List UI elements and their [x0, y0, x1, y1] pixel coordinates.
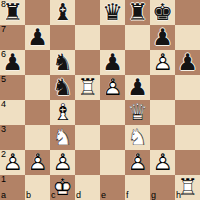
square-b2[interactable]: ♟♙	[25, 150, 50, 175]
square-f1[interactable]: f	[125, 175, 150, 200]
square-f3[interactable]: ♞♘	[125, 125, 150, 150]
file-label-b: b	[26, 191, 31, 200]
square-a5[interactable]: 5	[0, 75, 25, 100]
piece-white-rook[interactable]: ♜♖	[175, 175, 200, 200]
rank-label-5: 5	[1, 75, 6, 84]
square-g7[interactable]: ♟	[150, 25, 175, 50]
piece-white-knight[interactable]: ♞♘	[50, 125, 75, 150]
piece-white-bishop[interactable]: ♝♗	[50, 100, 75, 125]
square-e5[interactable]: ♟♙	[100, 75, 125, 100]
file-label-a: a	[1, 191, 6, 200]
white-piece-outline-glyph: ♙	[127, 149, 148, 174]
rank-label-7: 7	[1, 25, 6, 34]
square-a3[interactable]: 3	[0, 125, 25, 150]
black-piece-glyph: ♟	[102, 49, 123, 74]
square-f7[interactable]	[125, 25, 150, 50]
rank-label-4: 4	[1, 100, 6, 109]
square-h2[interactable]	[175, 150, 200, 175]
piece-black-knight[interactable]: ♞	[50, 50, 75, 75]
square-g6[interactable]: ♟♙	[150, 50, 175, 75]
piece-black-king[interactable]: ♚	[150, 0, 175, 25]
piece-black-knight[interactable]: ♞	[50, 75, 75, 100]
square-d3[interactable]	[75, 125, 100, 150]
square-b4[interactable]	[25, 100, 50, 125]
square-f6[interactable]	[125, 50, 150, 75]
square-g4[interactable]	[150, 100, 175, 125]
square-e6[interactable]: ♟	[100, 50, 125, 75]
square-e8[interactable]: ♛	[100, 0, 125, 25]
square-d4[interactable]	[75, 100, 100, 125]
square-e3[interactable]	[100, 125, 125, 150]
file-label-e: e	[101, 191, 106, 200]
square-h5[interactable]	[175, 75, 200, 100]
piece-black-bishop[interactable]: ♝	[50, 0, 75, 25]
square-c1[interactable]: c♚♔	[50, 175, 75, 200]
black-piece-glyph: ♛	[102, 0, 123, 24]
chess-board: 8♜♝♛♜♚7♟♟6♟♞♟♟♙♟5♞♜♖♟♙♟4♝♗♛♕3♞♘♞♘2♟♙♟♙♟♙…	[0, 0, 200, 200]
black-piece-glyph: ♚	[152, 0, 173, 24]
piece-white-pawn[interactable]: ♟♙	[150, 150, 175, 175]
square-g1[interactable]: g	[150, 175, 175, 200]
white-piece-outline-glyph: ♘	[127, 124, 148, 149]
piece-white-rook[interactable]: ♜♖	[75, 75, 100, 100]
square-g8[interactable]: ♚	[150, 0, 175, 25]
square-e2[interactable]	[100, 150, 125, 175]
square-h7[interactable]	[175, 25, 200, 50]
piece-black-pawn[interactable]: ♟	[100, 50, 125, 75]
square-c8[interactable]: ♝	[50, 0, 75, 25]
black-piece-glyph: ♝	[52, 0, 73, 24]
square-b5[interactable]	[25, 75, 50, 100]
piece-black-rook[interactable]: ♜	[0, 0, 25, 25]
square-e1[interactable]: e	[100, 175, 125, 200]
white-piece-outline-glyph: ♙	[102, 74, 123, 99]
piece-black-rook[interactable]: ♜	[125, 0, 150, 25]
piece-black-pawn[interactable]: ♟	[175, 50, 200, 75]
piece-white-pawn[interactable]: ♟♙	[125, 150, 150, 175]
white-piece-outline-glyph: ♔	[52, 174, 73, 199]
white-piece-outline-glyph: ♙	[27, 149, 48, 174]
piece-black-queen[interactable]: ♛	[100, 0, 125, 25]
square-d8[interactable]	[75, 0, 100, 25]
square-f5[interactable]: ♟	[125, 75, 150, 100]
white-piece-outline-glyph: ♕	[127, 99, 148, 124]
piece-white-knight[interactable]: ♞♘	[125, 125, 150, 150]
black-piece-glyph: ♟	[127, 74, 148, 99]
white-piece-outline-glyph: ♙	[2, 149, 23, 174]
square-a8[interactable]: 8♜	[0, 0, 25, 25]
square-h4[interactable]	[175, 100, 200, 125]
square-g2[interactable]: ♟♙	[150, 150, 175, 175]
piece-white-pawn[interactable]: ♟♙	[50, 150, 75, 175]
square-b1[interactable]: b	[25, 175, 50, 200]
black-piece-glyph: ♞	[52, 74, 73, 99]
square-h8[interactable]	[175, 0, 200, 25]
square-c3[interactable]: ♞♘	[50, 125, 75, 150]
black-piece-glyph: ♜	[2, 0, 23, 24]
square-f8[interactable]: ♜	[125, 0, 150, 25]
square-b8[interactable]	[25, 0, 50, 25]
square-b6[interactable]	[25, 50, 50, 75]
square-a1[interactable]: 1a	[0, 175, 25, 200]
square-a4[interactable]: 4	[0, 100, 25, 125]
piece-black-pawn[interactable]: ♟	[150, 25, 175, 50]
white-piece-outline-glyph: ♗	[52, 99, 73, 124]
square-f2[interactable]: ♟♙	[125, 150, 150, 175]
black-piece-glyph: ♟	[27, 24, 48, 49]
piece-white-pawn[interactable]: ♟♙	[150, 50, 175, 75]
black-piece-glyph: ♟	[177, 49, 198, 74]
square-b3[interactable]	[25, 125, 50, 150]
piece-black-pawn[interactable]: ♟	[0, 50, 25, 75]
square-c2[interactable]: ♟♙	[50, 150, 75, 175]
square-h3[interactable]	[175, 125, 200, 150]
black-piece-glyph: ♟	[2, 49, 23, 74]
piece-black-pawn[interactable]: ♟	[25, 25, 50, 50]
file-label-f: f	[126, 191, 129, 200]
square-c7[interactable]	[50, 25, 75, 50]
white-piece-outline-glyph: ♙	[152, 49, 173, 74]
square-c6[interactable]: ♞	[50, 50, 75, 75]
square-e7[interactable]	[100, 25, 125, 50]
piece-white-pawn[interactable]: ♟♙	[100, 75, 125, 100]
piece-white-pawn[interactable]: ♟♙	[0, 150, 25, 175]
file-label-d: d	[76, 191, 81, 200]
black-piece-glyph: ♜	[127, 0, 148, 24]
square-d7[interactable]	[75, 25, 100, 50]
square-d2[interactable]	[75, 150, 100, 175]
white-piece-outline-glyph: ♖	[77, 74, 98, 99]
square-h6[interactable]: ♟	[175, 50, 200, 75]
square-b7[interactable]: ♟	[25, 25, 50, 50]
square-g3[interactable]	[150, 125, 175, 150]
square-d6[interactable]	[75, 50, 100, 75]
rank-label-3: 3	[1, 125, 6, 134]
square-e4[interactable]	[100, 100, 125, 125]
square-f4[interactable]: ♛♕	[125, 100, 150, 125]
black-piece-glyph: ♟	[152, 24, 173, 49]
square-a2[interactable]: 2♟♙	[0, 150, 25, 175]
rank-label-1: 1	[1, 175, 6, 184]
white-piece-outline-glyph: ♖	[177, 174, 198, 199]
square-a6[interactable]: 6♟	[0, 50, 25, 75]
file-label-g: g	[151, 191, 156, 200]
square-d5[interactable]: ♜♖	[75, 75, 100, 100]
square-h1[interactable]: h♜♖	[175, 175, 200, 200]
piece-white-king[interactable]: ♚♔	[50, 175, 75, 200]
black-piece-glyph: ♞	[52, 49, 73, 74]
square-d1[interactable]: d	[75, 175, 100, 200]
square-c5[interactable]: ♞	[50, 75, 75, 100]
piece-white-pawn[interactable]: ♟♙	[25, 150, 50, 175]
white-piece-outline-glyph: ♙	[52, 149, 73, 174]
square-g5[interactable]	[150, 75, 175, 100]
square-c4[interactable]: ♝♗	[50, 100, 75, 125]
white-piece-outline-glyph: ♘	[52, 124, 73, 149]
piece-white-queen[interactable]: ♛♕	[125, 100, 150, 125]
piece-black-pawn[interactable]: ♟	[125, 75, 150, 100]
white-piece-outline-glyph: ♙	[152, 149, 173, 174]
square-a7[interactable]: 7	[0, 25, 25, 50]
